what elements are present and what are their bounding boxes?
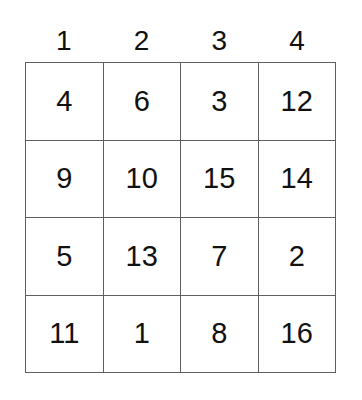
grid-cell-r3c3[interactable]: 7: [181, 218, 259, 296]
grid-cell-r1c3[interactable]: 3: [181, 63, 259, 141]
grid-cell-r1c1[interactable]: 4: [26, 63, 104, 141]
grid-cell-r4c4[interactable]: 16: [259, 296, 337, 374]
grid-cell-r2c4[interactable]: 14: [259, 141, 337, 219]
grid-cell-r2c3[interactable]: 15: [181, 141, 259, 219]
column-header-2: 2: [103, 22, 181, 60]
grid-cell-r4c2[interactable]: 1: [104, 296, 182, 374]
grid-cell-r2c1[interactable]: 9: [26, 141, 104, 219]
grid-cell-r2c2[interactable]: 10: [104, 141, 182, 219]
grid-cell-r1c2[interactable]: 6: [104, 63, 182, 141]
grid-cell-r3c2[interactable]: 13: [104, 218, 182, 296]
grid-cell-r3c4[interactable]: 2: [259, 218, 337, 296]
number-grid-page: 1 2 3 4 4 6 3 12 9 10 15 14 5 13 7 2 11 …: [0, 0, 362, 400]
column-header-4: 4: [258, 22, 336, 60]
grid-cell-r4c1[interactable]: 11: [26, 296, 104, 374]
column-header-row: 1 2 3 4: [25, 22, 336, 60]
grid-cell-r3c1[interactable]: 5: [26, 218, 104, 296]
grid-cell-r1c4[interactable]: 12: [259, 63, 337, 141]
number-grid-board: 4 6 3 12 9 10 15 14 5 13 7 2 11 1 8 16: [25, 62, 336, 373]
column-header-3: 3: [181, 22, 259, 60]
grid-cell-r4c3[interactable]: 8: [181, 296, 259, 374]
column-header-1: 1: [25, 22, 103, 60]
